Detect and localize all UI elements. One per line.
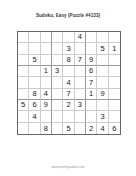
- cell-r7c6: 3: [75, 100, 86, 111]
- cell-r3c6: 7: [75, 55, 86, 66]
- sudoku-sheet: Sudoku, Easy (Puzzle #4133) 435158791364…: [0, 0, 136, 176]
- cell-r6c2: 8: [29, 89, 40, 100]
- cell-r1c8: [97, 32, 108, 43]
- cell-r3c2: 5: [29, 55, 40, 66]
- cell-r9c9: 6: [109, 123, 120, 134]
- page-title: Sudoku, Easy (Puzzle #4133): [0, 13, 136, 18]
- cell-r2c3: [41, 43, 52, 54]
- cell-r4c6: [75, 66, 86, 77]
- cell-r8c2: 4: [29, 111, 40, 122]
- cell-r7c1: 5: [18, 100, 29, 111]
- cell-r5c5: 4: [63, 77, 74, 88]
- cell-r8c6: [75, 111, 86, 122]
- cell-r9c7: 2: [86, 123, 97, 134]
- cell-r8c8: 3: [97, 111, 108, 122]
- cell-r9c6: [75, 123, 86, 134]
- cell-r5c1: [18, 77, 29, 88]
- footer-url: www.printmysudoku.com: [0, 165, 136, 169]
- cell-r7c5: 2: [63, 100, 74, 111]
- cell-r3c1: [18, 55, 29, 66]
- cell-r2c2: [29, 43, 40, 54]
- cell-r5c7: 7: [86, 77, 97, 88]
- cell-r4c2: [29, 66, 40, 77]
- cell-r1c6: 4: [75, 32, 86, 43]
- cell-r4c9: [109, 66, 120, 77]
- cell-r7c3: 9: [41, 100, 52, 111]
- cell-r3c3: [41, 55, 52, 66]
- cell-r4c5: [63, 66, 74, 77]
- cell-r2c1: [18, 43, 29, 54]
- cell-r4c4: 3: [52, 66, 63, 77]
- cell-r7c4: [52, 100, 63, 111]
- cell-r6c8: 9: [97, 89, 108, 100]
- cell-r5c8: [97, 77, 108, 88]
- cell-r7c2: 6: [29, 100, 40, 111]
- cell-r9c5: 5: [63, 123, 74, 134]
- cell-r6c3: 4: [41, 89, 52, 100]
- cell-r2c6: [75, 43, 86, 54]
- cell-r8c9: [109, 111, 120, 122]
- cell-r3c9: [109, 55, 120, 66]
- cell-r8c4: [52, 111, 63, 122]
- cell-r8c1: [18, 111, 29, 122]
- cell-r6c1: [18, 89, 29, 100]
- cell-r4c8: [97, 66, 108, 77]
- cell-r5c6: [75, 77, 86, 88]
- cell-r2c4: [52, 43, 63, 54]
- cell-r9c1: [18, 123, 29, 134]
- cell-r2c9: 1: [109, 43, 120, 54]
- cell-r4c1: [18, 66, 29, 77]
- cell-r6c6: [75, 89, 86, 100]
- cell-r3c5: 8: [63, 55, 74, 66]
- cell-r1c7: [86, 32, 97, 43]
- cell-r3c7: 9: [86, 55, 97, 66]
- cell-r1c4: [52, 32, 63, 43]
- cell-r8c5: [63, 111, 74, 122]
- cell-r4c3: 1: [41, 66, 52, 77]
- cell-r6c9: [109, 89, 120, 100]
- cell-r4c7: 6: [86, 66, 97, 77]
- cell-r6c4: [52, 89, 63, 100]
- cell-r1c9: [109, 32, 120, 43]
- cell-r9c2: [29, 123, 40, 134]
- cell-r6c7: 1: [86, 89, 97, 100]
- cell-r7c9: [109, 100, 120, 111]
- cell-r5c9: [109, 77, 120, 88]
- cell-r8c7: [86, 111, 97, 122]
- cell-r5c3: [41, 77, 52, 88]
- cell-r7c7: [86, 100, 97, 111]
- cell-r6c5: 7: [63, 89, 74, 100]
- cell-r2c7: [86, 43, 97, 54]
- cell-r5c2: [29, 77, 40, 88]
- cell-r2c8: 5: [97, 43, 108, 54]
- cell-r1c3: [41, 32, 52, 43]
- cell-r7c8: [97, 100, 108, 111]
- cell-r3c8: [97, 55, 108, 66]
- cell-r5c4: [52, 77, 63, 88]
- cell-r9c3: 8: [41, 123, 52, 134]
- cell-r9c4: [52, 123, 63, 134]
- cell-r2c5: 3: [63, 43, 74, 54]
- cell-r3c4: [52, 55, 63, 66]
- sudoku-board: 435158791364784719569234385246: [17, 31, 121, 135]
- cell-r1c1: [18, 32, 29, 43]
- cell-r1c5: [63, 32, 74, 43]
- cell-r1c2: [29, 32, 40, 43]
- cell-r9c8: 4: [97, 123, 108, 134]
- cell-r8c3: [41, 111, 52, 122]
